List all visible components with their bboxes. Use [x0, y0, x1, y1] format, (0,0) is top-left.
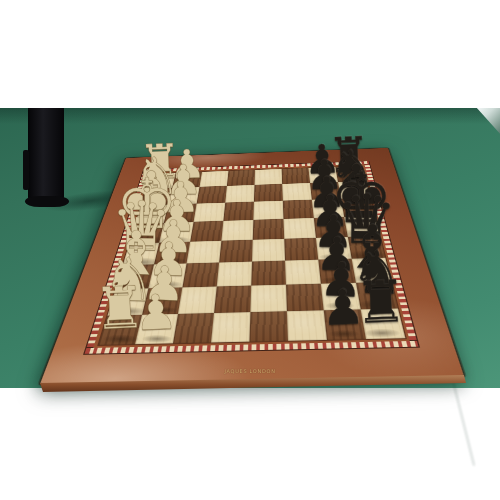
pieces-layer: ♜♞♝♛♚♝♞♜♟♟♟♟♟♟♟♟♟♟♟♟♟♟♟♟♜♞♝♛♚♝♞♜	[0, 0, 500, 500]
piece-glyph: ♟	[320, 284, 365, 332]
piece-glyph: ♜	[93, 281, 147, 338]
photo: JAQUES LONDON ♜♞♝♛♚♝♞♜♟♟♟♟♟♟♟♟♟♟♟♟♟♟♟♟♜♞…	[0, 0, 500, 500]
